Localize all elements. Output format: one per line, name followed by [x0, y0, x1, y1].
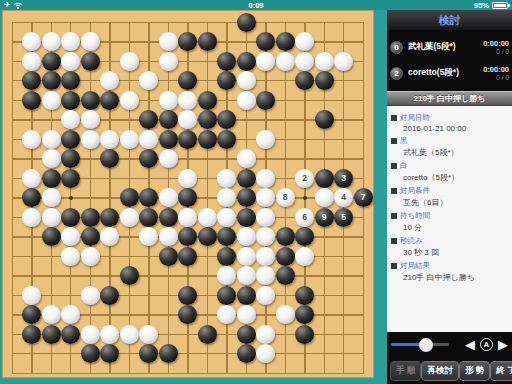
black-stone[interactable]: 5 [334, 208, 353, 227]
result-text: 210手 白中押し勝ち [414, 93, 486, 104]
white-stone[interactable] [256, 169, 275, 188]
info-label: 対局条件 [391, 186, 512, 196]
black-stone[interactable] [198, 227, 217, 246]
black-stone[interactable] [198, 130, 217, 149]
black-stone[interactable] [198, 91, 217, 110]
black-stone[interactable] [315, 169, 334, 188]
player-clock: 0:00:00 [483, 39, 509, 48]
status-bar: ✈ 0:09 95% [0, 0, 512, 10]
step-forward-icon[interactable]: ▶ [498, 338, 508, 351]
black-stone[interactable] [237, 169, 256, 188]
panel-title: 検討 [439, 13, 461, 28]
black-stone[interactable] [100, 91, 119, 110]
white-stone[interactable] [237, 227, 256, 246]
black-stone[interactable] [42, 169, 61, 188]
white-stone[interactable] [22, 286, 41, 305]
white-stone[interactable] [178, 110, 197, 129]
white-stone[interactable] [81, 32, 100, 51]
white-stone[interactable] [256, 130, 275, 149]
white-stone[interactable] [139, 130, 158, 149]
black-stone[interactable] [22, 71, 41, 90]
white-stone[interactable] [120, 91, 139, 110]
black-stone[interactable] [81, 52, 100, 71]
bullet-icon [391, 188, 397, 194]
black-stone[interactable] [61, 91, 80, 110]
white-stone[interactable] [22, 52, 41, 71]
white-stone[interactable] [217, 208, 236, 227]
white-stone[interactable] [237, 266, 256, 285]
player-badge: 0 [390, 41, 403, 54]
black-stone[interactable] [237, 325, 256, 344]
black-stone[interactable] [42, 71, 61, 90]
black-stone[interactable] [217, 71, 236, 90]
black-stone[interactable] [198, 110, 217, 129]
white-stone[interactable] [237, 71, 256, 90]
black-stone[interactable] [237, 208, 256, 227]
white-stone[interactable] [81, 247, 100, 266]
white-stone[interactable] [139, 325, 158, 344]
white-stone[interactable] [22, 208, 41, 227]
black-stone[interactable] [139, 344, 158, 363]
black-stone[interactable] [159, 110, 178, 129]
black-stone[interactable] [100, 344, 119, 363]
white-stone[interactable] [100, 130, 119, 149]
black-stone[interactable] [22, 188, 41, 207]
player-periods: 0 / 0 [483, 74, 509, 81]
white-stone[interactable] [42, 305, 61, 324]
white-stone[interactable] [81, 286, 100, 305]
black-stone[interactable] [276, 266, 295, 285]
black-stone[interactable] [256, 91, 275, 110]
white-stone[interactable] [159, 188, 178, 207]
player-clock: 0:00:00 [483, 65, 509, 74]
black-stone[interactable] [198, 32, 217, 51]
white-stone[interactable] [159, 91, 178, 110]
black-stone[interactable] [139, 149, 158, 168]
white-stone[interactable] [100, 325, 119, 344]
white-stone[interactable] [256, 188, 275, 207]
black-stone[interactable] [100, 286, 119, 305]
black-stone[interactable] [159, 130, 178, 149]
black-stone[interactable] [100, 149, 119, 168]
info-label: 白 [391, 161, 512, 171]
move-number: 5 [341, 213, 346, 222]
info-value: 30 秒 3 回 [403, 247, 512, 258]
black-stone[interactable] [178, 32, 197, 51]
black-stone[interactable] [256, 32, 275, 51]
black-stone[interactable] [276, 227, 295, 246]
white-stone[interactable] [295, 247, 314, 266]
info-label: 対局日時 [391, 113, 512, 123]
black-stone[interactable] [22, 305, 41, 324]
black-stone[interactable] [61, 169, 80, 188]
black-stone[interactable] [42, 227, 61, 246]
white-stone[interactable] [61, 110, 80, 129]
black-stone[interactable] [61, 149, 80, 168]
black-stone[interactable] [178, 247, 197, 266]
white-stone[interactable] [159, 32, 178, 51]
white-stone[interactable] [61, 247, 80, 266]
white-stone[interactable] [295, 32, 314, 51]
bullet-icon [391, 115, 397, 121]
review-panel: 検討 0 武礼葉(5段*) 0:00:00 0 / 0 2 coretto(5段… [387, 10, 512, 384]
auto-play-icon[interactable]: A [480, 338, 493, 351]
panel-button-終了[interactable]: 終 了 [490, 361, 512, 381]
bullet-icon [391, 238, 397, 244]
black-stone[interactable] [217, 247, 236, 266]
info-value: 互先（6目） [403, 197, 512, 208]
white-stone[interactable] [256, 325, 275, 344]
bullet-icon [391, 138, 397, 144]
white-stone[interactable] [22, 130, 41, 149]
black-stone[interactable] [315, 110, 334, 129]
white-stone[interactable] [42, 188, 61, 207]
white-stone[interactable] [237, 149, 256, 168]
black-stone[interactable] [295, 286, 314, 305]
bullet-icon [391, 163, 397, 169]
white-stone[interactable] [159, 227, 178, 246]
go-board[interactable]: 23847695 [2, 10, 374, 378]
white-stone[interactable] [61, 227, 80, 246]
black-stone[interactable]: 3 [334, 169, 353, 188]
black-stone[interactable] [81, 208, 100, 227]
move-number: 6 [302, 213, 307, 222]
slider-knob[interactable] [419, 338, 433, 352]
white-stone[interactable] [256, 286, 275, 305]
black-stone[interactable] [217, 52, 236, 71]
white-stone[interactable] [237, 91, 256, 110]
white-stone[interactable] [315, 188, 334, 207]
black-stone[interactable] [295, 325, 314, 344]
white-stone[interactable] [42, 149, 61, 168]
black-stone[interactable] [178, 130, 197, 149]
white-stone[interactable] [217, 188, 236, 207]
result-bar: 210手 白中押し勝ち [387, 91, 512, 106]
white-stone[interactable] [81, 325, 100, 344]
black-stone[interactable] [81, 344, 100, 363]
black-stone[interactable] [81, 227, 100, 246]
white-stone[interactable] [217, 305, 236, 324]
black-stone[interactable] [22, 91, 41, 110]
black-stone[interactable] [178, 286, 197, 305]
white-stone[interactable] [178, 169, 197, 188]
white-stone[interactable] [315, 52, 334, 71]
move-slider[interactable] [391, 343, 449, 346]
black-stone[interactable] [61, 130, 80, 149]
white-stone[interactable] [139, 71, 158, 90]
black-stone[interactable] [81, 91, 100, 110]
white-stone[interactable]: 8 [276, 188, 295, 207]
white-stone[interactable]: 2 [295, 169, 314, 188]
white-stone[interactable] [81, 110, 100, 129]
player-name: coretto(5段*) [408, 67, 483, 79]
bullet-icon [391, 263, 397, 269]
black-stone[interactable] [198, 325, 217, 344]
info-label: 秒読み [391, 236, 512, 246]
black-stone[interactable] [120, 188, 139, 207]
player-badge: 2 [390, 67, 403, 80]
white-stone[interactable] [256, 227, 275, 246]
white-stone[interactable] [120, 130, 139, 149]
info-label: 対局結果 [391, 261, 512, 271]
step-back-icon[interactable]: ◀ [465, 338, 475, 351]
white-stone[interactable] [217, 266, 236, 285]
star-point [303, 196, 307, 200]
black-stone[interactable] [237, 286, 256, 305]
black-stone[interactable] [159, 344, 178, 363]
white-stone[interactable] [237, 247, 256, 266]
black-stone[interactable] [100, 208, 119, 227]
black-stone[interactable] [295, 227, 314, 246]
player-row-white[interactable]: 2 coretto(5段*) 0:00:00 0 / 0 [390, 60, 509, 86]
info-value: 2016-01-21 00:00 [403, 124, 512, 133]
white-stone[interactable] [61, 305, 80, 324]
black-stone[interactable] [120, 266, 139, 285]
black-stone[interactable] [61, 325, 80, 344]
move-number: 8 [283, 193, 288, 202]
move-number: 9 [322, 213, 327, 222]
white-stone[interactable] [61, 32, 80, 51]
black-stone[interactable] [237, 52, 256, 71]
black-stone[interactable] [139, 208, 158, 227]
panel-buttons: 手 順再検討形 勢終 了 [387, 357, 512, 384]
info-label: 持ち時間 [391, 211, 512, 221]
black-stone[interactable] [178, 188, 197, 207]
black-stone[interactable] [139, 110, 158, 129]
move-number: 3 [341, 174, 346, 183]
star-point [69, 196, 73, 200]
white-stone[interactable] [256, 266, 275, 285]
black-stone[interactable] [139, 188, 158, 207]
white-stone[interactable] [120, 52, 139, 71]
info-value: 10 分 [403, 222, 512, 233]
white-stone[interactable] [159, 52, 178, 71]
white-stone[interactable] [198, 208, 217, 227]
white-stone[interactable] [178, 91, 197, 110]
white-stone[interactable] [256, 208, 275, 227]
black-stone[interactable] [295, 71, 314, 90]
white-stone[interactable] [276, 305, 295, 324]
players-block: 0 武礼葉(5段*) 0:00:00 0 / 0 2 coretto(5段*) … [387, 30, 512, 91]
black-stone[interactable] [159, 208, 178, 227]
game-info-list: 対局日時2016-01-21 00:00黒武礼葉（5段*）白coretto（5段… [387, 106, 512, 332]
white-stone[interactable] [120, 208, 139, 227]
black-stone[interactable] [295, 305, 314, 324]
black-stone[interactable] [22, 325, 41, 344]
black-stone[interactable] [217, 130, 236, 149]
white-stone[interactable]: 4 [334, 188, 353, 207]
black-stone[interactable] [276, 247, 295, 266]
white-stone[interactable] [42, 91, 61, 110]
white-stone[interactable] [178, 208, 197, 227]
status-time: 0:09 [0, 1, 512, 10]
black-stone[interactable] [61, 208, 80, 227]
black-stone[interactable] [315, 71, 334, 90]
black-stone[interactable] [159, 247, 178, 266]
white-stone[interactable] [22, 32, 41, 51]
black-stone[interactable] [42, 52, 61, 71]
white-stone[interactable] [120, 325, 139, 344]
white-stone[interactable] [237, 305, 256, 324]
info-value: 武礼葉（5段*） [403, 147, 512, 158]
black-stone[interactable] [178, 305, 197, 324]
white-stone[interactable] [256, 52, 275, 71]
white-stone[interactable] [217, 169, 236, 188]
black-stone[interactable]: 7 [354, 188, 373, 207]
player-periods: 0 / 0 [483, 48, 509, 55]
info-value: 210手 白中押し勝ち [403, 272, 512, 283]
black-stone[interactable] [178, 227, 197, 246]
white-stone[interactable] [22, 169, 41, 188]
black-stone[interactable] [237, 344, 256, 363]
white-stone[interactable] [61, 52, 80, 71]
black-stone[interactable] [42, 325, 61, 344]
black-stone[interactable] [237, 188, 256, 207]
white-stone[interactable] [42, 130, 61, 149]
panel-header: 検討 [387, 10, 512, 30]
playback-controls: ◀ A ▶ [387, 332, 512, 357]
black-stone[interactable] [276, 32, 295, 51]
white-stone[interactable] [256, 247, 275, 266]
panel-button-手順[interactable]: 手 順 [390, 361, 421, 381]
white-stone[interactable] [334, 52, 353, 71]
black-stone[interactable] [178, 71, 197, 90]
move-number: 2 [302, 174, 307, 183]
white-stone[interactable] [295, 52, 314, 71]
white-stone[interactable]: 6 [295, 208, 314, 227]
info-value: coretto（5段*） [403, 172, 512, 183]
player-name: 武礼葉(5段*) [408, 41, 483, 53]
move-number: 4 [341, 193, 346, 202]
black-stone[interactable] [61, 71, 80, 90]
white-stone[interactable] [139, 227, 158, 246]
panel-button-再検討[interactable]: 再検討 [421, 361, 459, 381]
black-stone[interactable]: 9 [315, 208, 334, 227]
bullet-icon [391, 213, 397, 219]
white-stone[interactable] [159, 149, 178, 168]
battery-icon [492, 2, 508, 9]
info-label: 黒 [391, 136, 512, 146]
white-stone[interactable] [42, 208, 61, 227]
white-stone[interactable] [256, 344, 275, 363]
black-stone[interactable] [217, 286, 236, 305]
white-stone[interactable] [276, 52, 295, 71]
move-number: 7 [361, 193, 366, 202]
white-stone[interactable] [81, 130, 100, 149]
white-stone[interactable] [42, 32, 61, 51]
white-stone[interactable] [100, 227, 119, 246]
white-stone[interactable] [100, 71, 119, 90]
black-stone[interactable] [237, 13, 256, 32]
black-stone[interactable] [217, 227, 236, 246]
player-row-black[interactable]: 0 武礼葉(5段*) 0:00:00 0 / 0 [390, 34, 509, 60]
panel-button-形勢[interactable]: 形 勢 [459, 361, 490, 381]
black-stone[interactable] [217, 110, 236, 129]
battery-percent: 95% [474, 1, 489, 10]
